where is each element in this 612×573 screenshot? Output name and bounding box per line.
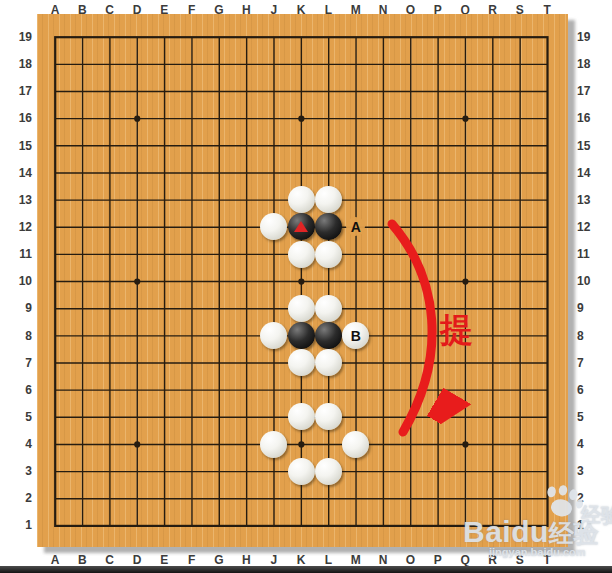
coord-label-1: 1 — [4, 512, 32, 539]
coord-label-17: 17 — [577, 78, 607, 105]
stone-black-L12 — [315, 213, 342, 240]
stone-black-K8 — [288, 322, 315, 349]
coord-label-2: 2 — [4, 485, 32, 512]
coord-label-10: 10 — [4, 268, 32, 295]
page: ABCDEFGHJKLMNOPQRST ABCDEFGHJKLMNOPQRST … — [0, 0, 612, 573]
capture-caption: 提 — [440, 313, 473, 346]
point-label-A: A — [346, 217, 365, 236]
triangle-marker-icon — [294, 221, 308, 232]
go-board: AB — [37, 14, 568, 547]
coord-label-16: 16 — [577, 105, 607, 132]
coord-label-15: 15 — [4, 132, 32, 159]
coord-label-6: 6 — [4, 376, 32, 403]
coords-right: 19181716151413121110987654321 — [577, 23, 607, 539]
coord-label-18: 18 — [577, 51, 607, 78]
coord-label-17: 17 — [4, 78, 32, 105]
coord-label-4: 4 — [577, 431, 607, 458]
coord-label-3: 3 — [577, 458, 607, 485]
coord-label-14: 14 — [4, 159, 32, 186]
stone-white-K11 — [288, 241, 315, 268]
coord-label-16: 16 — [4, 105, 32, 132]
stone-white-L13 — [315, 186, 342, 213]
coord-label-18: 18 — [4, 51, 32, 78]
coord-label-14: 14 — [577, 159, 607, 186]
coord-label-5: 5 — [4, 403, 32, 430]
coord-label-11: 11 — [577, 241, 607, 268]
stones-layer: AB — [41, 23, 561, 539]
stone-white-L11 — [315, 241, 342, 268]
coords-left: 19181716151413121110987654321 — [4, 23, 32, 539]
bottom-bar — [0, 566, 612, 573]
coord-label-7: 7 — [577, 349, 607, 376]
coord-label-15: 15 — [577, 132, 607, 159]
coord-label-2: 2 — [577, 485, 607, 512]
stone-white-K3 — [288, 458, 315, 485]
stone-white-K9 — [288, 295, 315, 322]
stone-white-M4 — [342, 431, 369, 458]
coord-label-9: 9 — [577, 295, 607, 322]
point-label-B: B — [351, 329, 361, 343]
coord-label-1: 1 — [577, 512, 607, 539]
coord-label-13: 13 — [4, 186, 32, 213]
coord-label-12: 12 — [4, 213, 32, 240]
coord-label-10: 10 — [577, 268, 607, 295]
coord-label-6: 6 — [577, 376, 607, 403]
stone-white-L9 — [315, 295, 342, 322]
stone-white-K7 — [288, 349, 315, 376]
coord-label-11: 11 — [4, 241, 32, 268]
coord-label-12: 12 — [577, 213, 607, 240]
coord-label-9: 9 — [4, 295, 32, 322]
coord-label-5: 5 — [577, 403, 607, 430]
stone-white-L7 — [315, 349, 342, 376]
stone-white-J12 — [260, 213, 287, 240]
coord-label-7: 7 — [4, 349, 32, 376]
stone-white-L3 — [315, 458, 342, 485]
stone-white-K5 — [288, 403, 315, 430]
stone-white-K13 — [288, 186, 315, 213]
coord-label-3: 3 — [4, 458, 32, 485]
stone-white-J8 — [260, 322, 287, 349]
coord-label-19: 19 — [4, 23, 32, 50]
coord-label-13: 13 — [577, 186, 607, 213]
coord-label-8: 8 — [577, 322, 607, 349]
coord-label-8: 8 — [4, 322, 32, 349]
stone-white-J4 — [260, 431, 287, 458]
coord-label-4: 4 — [4, 431, 32, 458]
stone-black-L8 — [315, 322, 342, 349]
stone-white-L5 — [315, 403, 342, 430]
coord-label-19: 19 — [577, 23, 607, 50]
